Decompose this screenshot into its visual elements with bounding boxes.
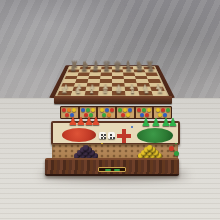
chess-board-frame: ♜♞♝♛♚♝♞♜♟♟♟♟♟♟♟♟♟♟♟♟♟♟♟♟♜♞♝♛♚♝♞♜	[49, 65, 175, 98]
game-peg[interactable]	[156, 108, 160, 112]
game-peg[interactable]	[62, 108, 66, 112]
drawer-front-panel[interactable]	[45, 158, 179, 176]
near-knight-piece[interactable]: ♞	[143, 87, 150, 95]
far-pawn-piece[interactable]: ♟	[81, 64, 88, 72]
game-peg[interactable]	[118, 108, 122, 112]
game-peg[interactable]	[110, 108, 114, 112]
extra-game-piece[interactable]	[169, 146, 174, 151]
game-peg[interactable]	[166, 108, 170, 112]
game-peg[interactable]	[67, 108, 71, 112]
chess-board-grid[interactable]: ♜♞♝♛♚♝♞♜♟♟♟♟♟♟♟♟♟♟♟♟♟♟♟♟♜♞♝♛♚♝♞♜	[57, 67, 167, 96]
near-rook-piece[interactable]: ♜	[61, 87, 68, 95]
game-peg[interactable]	[121, 113, 125, 117]
game-peg[interactable]	[137, 108, 141, 112]
ludo-cross-horizontal-bar	[117, 134, 131, 138]
far-pawn-piece[interactable]: ♟	[136, 64, 143, 72]
far-pawn-piece[interactable]: ♟	[103, 64, 110, 72]
game-peg[interactable]	[102, 113, 106, 117]
game-peg[interactable]	[128, 108, 132, 112]
game-peg[interactable]	[107, 113, 111, 117]
peg-compartment-4	[117, 107, 136, 118]
game-peg[interactable]	[123, 108, 127, 112]
game-peg[interactable]	[105, 108, 109, 112]
ludo-die[interactable]	[99, 132, 106, 139]
handle-green-inlay-right	[114, 169, 120, 171]
ludo-green-pawn[interactable]: ♟	[168, 117, 178, 128]
square-d1[interactable]: ♛	[98, 91, 112, 96]
chess-board[interactable]: ♜♞♝♛♚♝♞♜♟♟♟♟♟♟♟♟♟♟♟♟♟♟♟♟♜♞♝♛♚♝♞♜	[49, 50, 175, 98]
near-bishop-piece[interactable]: ♝	[88, 87, 95, 95]
near-rook-piece[interactable]: ♜	[156, 87, 163, 95]
ludo-red-home	[62, 128, 96, 142]
game-peg[interactable]	[142, 108, 146, 112]
game-peg[interactable]	[147, 108, 151, 112]
near-knight-piece[interactable]: ♞	[74, 87, 81, 95]
peg-compartment-3	[98, 107, 117, 118]
square-b1[interactable]: ♞	[71, 91, 86, 96]
far-pawn-piece[interactable]: ♟	[125, 64, 132, 72]
game-peg[interactable]	[81, 108, 85, 112]
ludo-die[interactable]	[108, 132, 115, 139]
extra-game-piece[interactable]	[174, 151, 179, 156]
square-e1[interactable]: ♚	[112, 91, 126, 96]
far-pawn-piece[interactable]: ♟	[147, 64, 154, 72]
dark-marble[interactable]	[83, 145, 89, 151]
game-peg[interactable]	[72, 108, 76, 112]
game-peg[interactable]	[91, 108, 95, 112]
game-peg[interactable]	[126, 113, 130, 117]
ludo-center-cross	[117, 129, 131, 143]
game-peg[interactable]	[86, 108, 90, 112]
ludo-track-dot	[131, 126, 133, 128]
ludo-green-pawn[interactable]: ♟	[151, 117, 161, 128]
ludo-green-pawn[interactable]: ♟	[141, 117, 151, 128]
near-king-piece[interactable]: ♚	[115, 87, 122, 95]
square-g1[interactable]: ♞	[138, 91, 153, 96]
yellow-marble[interactable]	[147, 145, 153, 151]
drawer-handle[interactable]	[98, 167, 126, 172]
ludo-red-pawn[interactable]: ♟	[91, 116, 101, 127]
handle-green-inlay-left	[105, 169, 111, 171]
product-photo-scene: ♜♞♝♛♚♝♞♜♟♟♟♟♟♟♟♟♟♟♟♟♟♟♟♟♜♞♝♛♚♝♞♜ ♟♟♟♟♟♟♟…	[0, 0, 220, 220]
near-bishop-piece[interactable]: ♝	[129, 87, 136, 95]
far-pawn-piece[interactable]: ♟	[92, 64, 99, 72]
game-peg[interactable]	[100, 108, 104, 112]
far-pawn-piece[interactable]: ♟	[114, 64, 121, 72]
square-c1[interactable]: ♝	[85, 91, 99, 96]
square-f1[interactable]: ♝	[125, 91, 139, 96]
far-pawn-piece[interactable]: ♟	[70, 64, 77, 72]
game-peg[interactable]	[161, 108, 165, 112]
chess-lid-front-edge	[54, 96, 172, 104]
ludo-tray[interactable]: ♟♟♟♟♟♟♟♟	[51, 121, 180, 145]
near-queen-piece[interactable]: ♛	[102, 87, 109, 95]
square-h1[interactable]: ♜	[152, 91, 167, 96]
ludo-green-home	[137, 128, 173, 143]
